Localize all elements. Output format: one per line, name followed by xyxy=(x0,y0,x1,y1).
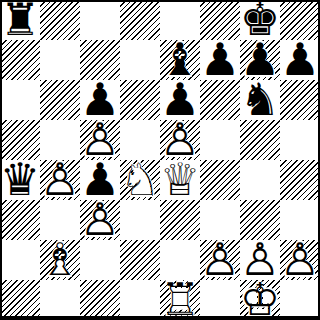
square-a2[interactable] xyxy=(0,240,40,280)
square-a3[interactable] xyxy=(0,200,40,240)
piece-white-pawn[interactable]: ♟♙ xyxy=(280,240,320,280)
square-f2[interactable]: ♟♙ xyxy=(200,240,240,280)
piece-white-pawn[interactable]: ♟♙ xyxy=(40,160,80,200)
square-b4[interactable]: ♟♙ xyxy=(40,160,80,200)
piece-black-pawn[interactable]: ♟♟ xyxy=(200,40,240,80)
piece-black-rook[interactable]: ♜♜ xyxy=(0,0,40,40)
square-h5[interactable] xyxy=(280,120,320,160)
square-h1[interactable] xyxy=(280,280,320,320)
square-d1[interactable] xyxy=(120,280,160,320)
square-d2[interactable] xyxy=(120,240,160,280)
piece-white-pawn[interactable]: ♟♙ xyxy=(200,240,240,280)
square-a1[interactable] xyxy=(0,280,40,320)
piece-glyph: ♞ xyxy=(240,80,280,120)
piece-glyph: ♙ xyxy=(80,200,120,240)
square-d3[interactable] xyxy=(120,200,160,240)
piece-black-queen[interactable]: ♛♛ xyxy=(0,160,40,200)
square-b8[interactable] xyxy=(40,0,80,40)
square-a4[interactable]: ♛♛ xyxy=(0,160,40,200)
square-e4[interactable]: ♛♕ xyxy=(160,160,200,200)
piece-glyph: ♙ xyxy=(200,240,240,280)
square-b7[interactable] xyxy=(40,40,80,80)
piece-black-knight[interactable]: ♞♞ xyxy=(240,80,280,120)
chess-board-wrap: ♜♜♚♚♝♝♟♟♟♟♟♟♟♟♟♟♞♞♟♙♟♙♛♛♟♙♟♟♞♘♛♕♟♙♝♗♟♙♟♙… xyxy=(0,0,320,320)
piece-glyph: ♗ xyxy=(40,240,80,280)
piece-glyph: ♜ xyxy=(0,0,40,40)
piece-white-rook[interactable]: ♜♖ xyxy=(160,280,200,320)
square-b6[interactable] xyxy=(40,80,80,120)
square-g4[interactable] xyxy=(240,160,280,200)
square-d4[interactable]: ♞♘ xyxy=(120,160,160,200)
square-f7[interactable]: ♟♟ xyxy=(200,40,240,80)
square-f6[interactable] xyxy=(200,80,240,120)
piece-glyph: ♛ xyxy=(0,160,40,200)
square-g6[interactable]: ♞♞ xyxy=(240,80,280,120)
square-c3[interactable]: ♟♙ xyxy=(80,200,120,240)
square-h6[interactable] xyxy=(280,80,320,120)
piece-black-pawn[interactable]: ♟♟ xyxy=(280,40,320,80)
square-d7[interactable] xyxy=(120,40,160,80)
square-d6[interactable] xyxy=(120,80,160,120)
square-g1[interactable]: ♚♔ xyxy=(240,280,280,320)
piece-glyph: ♘ xyxy=(120,160,160,200)
square-f1[interactable] xyxy=(200,280,240,320)
piece-white-king[interactable]: ♚♔ xyxy=(240,280,280,320)
square-a6[interactable] xyxy=(0,80,40,120)
piece-glyph: ♙ xyxy=(280,240,320,280)
piece-white-bishop[interactable]: ♝♗ xyxy=(40,240,80,280)
piece-glyph: ♔ xyxy=(240,280,280,320)
square-b2[interactable]: ♝♗ xyxy=(40,240,80,280)
square-f5[interactable] xyxy=(200,120,240,160)
square-a7[interactable] xyxy=(0,40,40,80)
piece-glyph: ♕ xyxy=(160,160,200,200)
square-e3[interactable] xyxy=(160,200,200,240)
square-e1[interactable]: ♜♖ xyxy=(160,280,200,320)
square-g5[interactable] xyxy=(240,120,280,160)
square-f4[interactable] xyxy=(200,160,240,200)
piece-white-knight[interactable]: ♞♘ xyxy=(120,160,160,200)
piece-glyph: ♖ xyxy=(160,280,200,320)
square-h2[interactable]: ♟♙ xyxy=(280,240,320,280)
square-c2[interactable] xyxy=(80,240,120,280)
piece-white-queen[interactable]: ♛♕ xyxy=(160,160,200,200)
square-c8[interactable] xyxy=(80,0,120,40)
square-h4[interactable] xyxy=(280,160,320,200)
piece-glyph: ♙ xyxy=(40,160,80,200)
piece-white-pawn[interactable]: ♟♙ xyxy=(80,200,120,240)
piece-glyph: ♟ xyxy=(200,40,240,80)
square-d8[interactable] xyxy=(120,0,160,40)
square-c1[interactable] xyxy=(80,280,120,320)
chess-board: ♜♜♚♚♝♝♟♟♟♟♟♟♟♟♟♟♞♞♟♙♟♙♛♛♟♙♟♟♞♘♛♕♟♙♝♗♟♙♟♙… xyxy=(0,0,320,320)
square-h7[interactable]: ♟♟ xyxy=(280,40,320,80)
square-b1[interactable] xyxy=(40,280,80,320)
square-a8[interactable]: ♜♜ xyxy=(0,0,40,40)
piece-glyph: ♟ xyxy=(280,40,320,80)
